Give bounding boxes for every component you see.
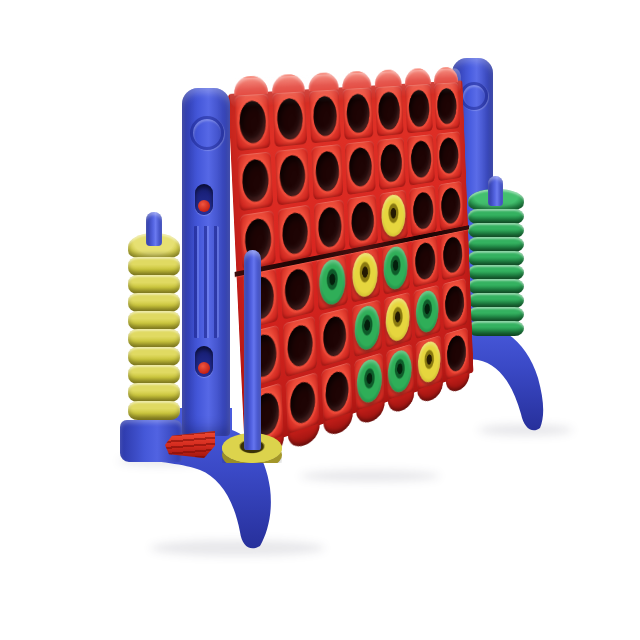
board-hole <box>408 90 429 128</box>
red-pin-icon <box>198 362 210 374</box>
pin-hole <box>195 346 213 377</box>
scallop-bump <box>374 69 402 87</box>
yellow-stacked-disc <box>128 329 180 348</box>
board-hole <box>441 186 461 224</box>
scallop-bump <box>433 67 458 84</box>
green-stacked-disc <box>468 237 524 252</box>
board-hole <box>443 236 463 275</box>
yellow-stacked-disc <box>128 293 180 312</box>
board-cell-r5c5 <box>384 292 413 348</box>
connect-four-board <box>228 80 473 450</box>
board-cell-r3c5 <box>379 189 408 242</box>
board-hole <box>351 200 375 242</box>
green-disc <box>383 244 408 291</box>
board-hole <box>290 379 316 427</box>
board-cell-r1c5 <box>375 86 404 137</box>
board-cell-r2c7 <box>436 131 462 181</box>
emboss-circle <box>460 82 488 110</box>
board-hole <box>325 369 350 415</box>
scallop-bump <box>404 68 430 85</box>
board-cell-r2c1 <box>237 152 273 211</box>
board-hole <box>439 137 459 175</box>
green-stacked-disc <box>468 223 524 238</box>
post-grooves <box>192 226 220 338</box>
board-cell-r1c1 <box>234 94 271 152</box>
red-pin-icon <box>198 200 210 212</box>
board-cell-r4c7 <box>440 229 466 280</box>
board-hole <box>287 323 313 370</box>
green-stacked-disc <box>468 279 524 294</box>
board-cell-r5c3 <box>319 308 351 367</box>
board-hole <box>410 140 431 179</box>
board-cell-r2c6 <box>407 134 434 185</box>
board-cell-r5c7 <box>442 278 468 330</box>
board-hole <box>322 314 347 359</box>
board-cell-r4c6 <box>411 235 438 288</box>
green-disc <box>356 356 382 406</box>
board-cell-r4c5 <box>381 241 410 296</box>
board-cell-r6c5 <box>386 343 414 400</box>
board-cell-r1c3 <box>309 89 341 143</box>
board-cell-r4c3 <box>316 253 348 311</box>
yellow-disc <box>352 251 379 299</box>
green-disc <box>415 289 439 335</box>
board-cell-r1c2 <box>273 91 307 147</box>
board-hole <box>312 96 337 137</box>
green-stacked-disc <box>468 251 524 266</box>
board-cell-r2c2 <box>275 148 309 205</box>
yellow-stacked-disc <box>128 365 180 384</box>
board-cell-r4c4 <box>350 247 380 303</box>
board-hole <box>282 211 309 256</box>
board-hole <box>277 98 304 141</box>
green-disc <box>354 303 380 352</box>
yellow-stacked-disc <box>128 401 180 420</box>
board-cell-r6c6 <box>416 335 443 390</box>
yellow-disc <box>385 296 410 344</box>
stack-pole-icon <box>146 212 162 246</box>
board-cell-r1c6 <box>405 84 432 134</box>
scallop-bump <box>342 71 371 90</box>
board-hole <box>412 191 433 231</box>
green-stacked-disc <box>468 209 524 224</box>
scallop-bump <box>272 74 305 94</box>
board-cell-r6c4 <box>354 352 384 410</box>
board-cell-r3c2 <box>278 204 312 263</box>
board-cell-r3c4 <box>347 194 377 249</box>
board-hole <box>315 151 340 193</box>
green-disc <box>318 257 346 307</box>
yellow-stacked-disc <box>128 347 180 366</box>
board-cell-r4c2 <box>281 260 315 320</box>
yellow-disc <box>417 339 441 386</box>
board-cell-r5c2 <box>283 316 317 377</box>
board-cell-r6c7 <box>444 327 470 380</box>
board-hole <box>380 144 402 184</box>
board-cell-r3c6 <box>409 185 436 237</box>
board-hole <box>447 333 467 374</box>
board-hole <box>238 100 266 144</box>
board-cell-r6c2 <box>286 372 320 434</box>
board-hole <box>284 267 310 313</box>
board-hole <box>279 155 306 199</box>
board-hole <box>445 284 465 324</box>
board-cell-r5c6 <box>413 285 440 339</box>
board-hole <box>378 92 401 131</box>
floor-shadow <box>300 470 440 482</box>
board-hole <box>414 241 435 281</box>
yellow-stacked-disc <box>128 383 180 402</box>
yellow-stack-discs <box>128 234 180 420</box>
emboss-circle <box>190 116 224 150</box>
green-disc <box>387 347 412 396</box>
board-hole <box>317 206 342 249</box>
yellow-stacked-disc <box>128 311 180 330</box>
green-stacked-disc <box>468 265 524 280</box>
board-cell-r1c4 <box>343 87 374 140</box>
board-hole <box>241 159 269 204</box>
green-stacked-disc <box>468 293 524 308</box>
scallop-bump <box>233 75 268 95</box>
board-cell-r2c5 <box>377 138 406 190</box>
yellow-disc <box>381 193 406 239</box>
board-cell-r3c7 <box>438 181 464 231</box>
yellow-stacked-disc <box>128 275 180 294</box>
green-stacked-disc <box>468 321 524 336</box>
yellow-stacked-disc <box>128 257 180 276</box>
board-cell-r2c3 <box>311 144 343 200</box>
board-hole <box>437 88 457 125</box>
green-stacked-disc <box>468 307 524 322</box>
scallop-bump <box>308 72 339 91</box>
board-cell-r5c4 <box>352 300 382 357</box>
board-cell-r3c3 <box>314 199 346 256</box>
board-hole <box>346 94 370 134</box>
board-cell-r2c4 <box>345 141 376 195</box>
left-upright-post <box>182 88 230 436</box>
front-disc-pole <box>244 250 261 450</box>
pin-hole <box>195 184 213 215</box>
green-stack-discs <box>468 190 524 336</box>
board-cell-r1c7 <box>434 82 460 131</box>
giant-connect-four-scene <box>0 0 640 640</box>
board-hole <box>348 147 372 188</box>
stack-pole-icon <box>488 176 503 206</box>
board-cell-r6c3 <box>321 362 353 422</box>
